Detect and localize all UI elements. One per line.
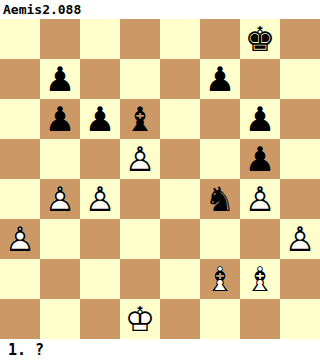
square-e4[interactable] xyxy=(160,179,200,219)
square-g7[interactable] xyxy=(240,59,280,99)
square-c1[interactable] xyxy=(80,299,120,339)
square-a1[interactable] xyxy=(0,299,40,339)
piece-black-bishop[interactable]: ♝ xyxy=(120,99,160,139)
square-c3[interactable] xyxy=(80,219,120,259)
square-d2[interactable] xyxy=(120,259,160,299)
square-e6[interactable] xyxy=(160,99,200,139)
piece-white-pawn[interactable]: ♟♙ xyxy=(120,139,160,179)
square-a3[interactable]: ♟♙ xyxy=(0,219,40,259)
square-g4[interactable]: ♟♙ xyxy=(240,179,280,219)
piece-black-pawn[interactable]: ♟ xyxy=(240,139,280,179)
square-h4[interactable] xyxy=(280,179,320,219)
square-d8[interactable] xyxy=(120,19,160,59)
square-h8[interactable] xyxy=(280,19,320,59)
piece-white-pawn[interactable]: ♟♙ xyxy=(80,179,120,219)
square-f2[interactable]: ♝♗ xyxy=(200,259,240,299)
piece-white-pawn[interactable]: ♟♙ xyxy=(0,219,40,259)
chess-board[interactable]: ♚♟♟♟♟♝♟♟♙♟♟♙♟♙♞♟♙♟♙♟♙♝♗♝♗♚♔ xyxy=(0,19,320,339)
square-h1[interactable] xyxy=(280,299,320,339)
square-d5[interactable]: ♟♙ xyxy=(120,139,160,179)
square-f7[interactable]: ♟ xyxy=(200,59,240,99)
square-c5[interactable] xyxy=(80,139,120,179)
piece-black-pawn[interactable]: ♟ xyxy=(40,99,80,139)
piece-black-king[interactable]: ♚ xyxy=(240,19,280,59)
square-a5[interactable] xyxy=(0,139,40,179)
square-f6[interactable] xyxy=(200,99,240,139)
square-b4[interactable]: ♟♙ xyxy=(40,179,80,219)
square-e7[interactable] xyxy=(160,59,200,99)
square-d7[interactable] xyxy=(120,59,160,99)
square-a6[interactable] xyxy=(0,99,40,139)
square-b1[interactable] xyxy=(40,299,80,339)
square-g1[interactable] xyxy=(240,299,280,339)
square-c8[interactable] xyxy=(80,19,120,59)
square-c7[interactable] xyxy=(80,59,120,99)
square-a2[interactable] xyxy=(0,259,40,299)
square-d6[interactable]: ♝ xyxy=(120,99,160,139)
square-c4[interactable]: ♟♙ xyxy=(80,179,120,219)
square-b7[interactable]: ♟ xyxy=(40,59,80,99)
chess-app-window: Aemis2.088 ♚♟♟♟♟♝♟♟♙♟♟♙♟♙♞♟♙♟♙♟♙♝♗♝♗♚♔ 1… xyxy=(0,0,320,360)
square-h6[interactable] xyxy=(280,99,320,139)
square-f1[interactable] xyxy=(200,299,240,339)
square-f8[interactable] xyxy=(200,19,240,59)
piece-black-pawn[interactable]: ♟ xyxy=(200,59,240,99)
piece-white-pawn[interactable]: ♟♙ xyxy=(40,179,80,219)
square-e1[interactable] xyxy=(160,299,200,339)
title-bar: Aemis2.088 xyxy=(0,0,320,19)
square-h2[interactable] xyxy=(280,259,320,299)
square-e3[interactable] xyxy=(160,219,200,259)
square-h7[interactable] xyxy=(280,59,320,99)
square-g3[interactable] xyxy=(240,219,280,259)
piece-black-pawn[interactable]: ♟ xyxy=(40,59,80,99)
piece-black-knight[interactable]: ♞ xyxy=(200,179,240,219)
square-g2[interactable]: ♝♗ xyxy=(240,259,280,299)
square-a8[interactable] xyxy=(0,19,40,59)
square-g8[interactable]: ♚ xyxy=(240,19,280,59)
square-d4[interactable] xyxy=(120,179,160,219)
piece-white-king[interactable]: ♚♔ xyxy=(120,299,160,339)
square-e5[interactable] xyxy=(160,139,200,179)
square-d3[interactable] xyxy=(120,219,160,259)
square-b2[interactable] xyxy=(40,259,80,299)
square-a4[interactable] xyxy=(0,179,40,219)
square-g6[interactable]: ♟ xyxy=(240,99,280,139)
square-b8[interactable] xyxy=(40,19,80,59)
square-c6[interactable]: ♟ xyxy=(80,99,120,139)
square-e2[interactable] xyxy=(160,259,200,299)
piece-black-pawn[interactable]: ♟ xyxy=(80,99,120,139)
square-b3[interactable] xyxy=(40,219,80,259)
piece-white-bishop[interactable]: ♝♗ xyxy=(240,259,280,299)
square-h3[interactable]: ♟♙ xyxy=(280,219,320,259)
square-b6[interactable]: ♟ xyxy=(40,99,80,139)
square-f4[interactable]: ♞ xyxy=(200,179,240,219)
piece-white-pawn[interactable]: ♟♙ xyxy=(240,179,280,219)
piece-black-pawn[interactable]: ♟ xyxy=(240,99,280,139)
page-title: Aemis2.088 xyxy=(3,2,81,17)
square-g5[interactable]: ♟ xyxy=(240,139,280,179)
piece-white-pawn[interactable]: ♟♙ xyxy=(280,219,320,259)
square-b5[interactable] xyxy=(40,139,80,179)
square-f5[interactable] xyxy=(200,139,240,179)
square-f3[interactable] xyxy=(200,219,240,259)
square-a7[interactable] xyxy=(0,59,40,99)
piece-white-bishop[interactable]: ♝♗ xyxy=(200,259,240,299)
square-d1[interactable]: ♚♔ xyxy=(120,299,160,339)
square-c2[interactable] xyxy=(80,259,120,299)
square-e8[interactable] xyxy=(160,19,200,59)
status-bar: 1. ? xyxy=(0,339,320,360)
move-prompt: 1. ? xyxy=(8,341,44,359)
square-h5[interactable] xyxy=(280,139,320,179)
